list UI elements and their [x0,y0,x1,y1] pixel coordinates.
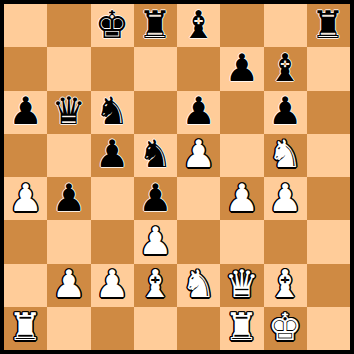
square-g1[interactable]: ♚ [264,307,307,350]
square-g7[interactable]: ♝ [264,47,307,90]
square-g6[interactable]: ♟ [264,91,307,134]
square-h6[interactable] [307,91,350,134]
piece-black-rook: ♜ [311,6,345,44]
square-f7[interactable]: ♟ [220,47,263,90]
piece-black-pawn: ♟ [225,49,259,87]
square-c8[interactable]: ♚ [91,4,134,47]
square-c2[interactable]: ♟ [91,264,134,307]
piece-white-king: ♚ [268,308,302,346]
piece-black-queen: ♛ [52,92,86,130]
square-b1[interactable] [47,307,90,350]
square-b6[interactable]: ♛ [47,91,90,134]
piece-black-knight: ♞ [95,92,129,130]
piece-white-bishop: ♝ [138,265,172,303]
square-h8[interactable]: ♜ [307,4,350,47]
square-h1[interactable] [307,307,350,350]
square-e7[interactable] [177,47,220,90]
square-e2[interactable]: ♞ [177,264,220,307]
square-c3[interactable] [91,220,134,263]
piece-white-rook: ♜ [225,308,259,346]
square-d4[interactable]: ♟ [134,177,177,220]
square-c5[interactable]: ♟ [91,134,134,177]
piece-black-pawn: ♟ [182,92,216,130]
square-h4[interactable] [307,177,350,220]
square-a5[interactable] [4,134,47,177]
square-h3[interactable] [307,220,350,263]
square-f1[interactable]: ♜ [220,307,263,350]
square-f6[interactable] [220,91,263,134]
square-h7[interactable] [307,47,350,90]
square-f2[interactable]: ♛ [220,264,263,307]
square-f8[interactable] [220,4,263,47]
square-a8[interactable] [4,4,47,47]
square-e6[interactable]: ♟ [177,91,220,134]
piece-black-bishop: ♝ [268,49,302,87]
piece-black-pawn: ♟ [9,92,43,130]
square-c6[interactable]: ♞ [91,91,134,134]
square-a6[interactable]: ♟ [4,91,47,134]
piece-black-king: ♚ [95,6,129,44]
piece-white-pawn: ♟ [9,179,43,217]
piece-white-bishop: ♝ [268,265,302,303]
square-g8[interactable] [264,4,307,47]
square-b5[interactable] [47,134,90,177]
square-f4[interactable]: ♟ [220,177,263,220]
piece-black-knight: ♞ [138,135,172,173]
square-a7[interactable] [4,47,47,90]
square-d1[interactable] [134,307,177,350]
piece-white-rook: ♜ [9,308,43,346]
square-b7[interactable] [47,47,90,90]
square-b3[interactable] [47,220,90,263]
piece-white-pawn: ♟ [225,179,259,217]
piece-black-rook: ♜ [138,6,172,44]
square-d6[interactable] [134,91,177,134]
piece-black-pawn: ♟ [52,179,86,217]
square-b2[interactable]: ♟ [47,264,90,307]
piece-white-knight: ♞ [268,135,302,173]
square-g2[interactable]: ♝ [264,264,307,307]
square-e1[interactable] [177,307,220,350]
square-d8[interactable]: ♜ [134,4,177,47]
square-h2[interactable] [307,264,350,307]
piece-white-pawn: ♟ [138,222,172,260]
piece-black-pawn: ♟ [95,135,129,173]
piece-black-bishop: ♝ [182,6,216,44]
square-g4[interactable]: ♟ [264,177,307,220]
square-a4[interactable]: ♟ [4,177,47,220]
chess-board: ♚♜♝♜♟♝♟♛♞♟♟♟♞♟♞♟♟♟♟♟♟♟♟♝♞♛♝♜♜♚ [0,0,354,354]
piece-black-pawn: ♟ [138,179,172,217]
square-d5[interactable]: ♞ [134,134,177,177]
square-b4[interactable]: ♟ [47,177,90,220]
piece-white-queen: ♛ [225,265,259,303]
square-e3[interactable] [177,220,220,263]
square-f5[interactable] [220,134,263,177]
piece-white-pawn: ♟ [52,265,86,303]
square-e4[interactable] [177,177,220,220]
square-e8[interactable]: ♝ [177,4,220,47]
piece-white-knight: ♞ [182,265,216,303]
square-a2[interactable] [4,264,47,307]
square-a1[interactable]: ♜ [4,307,47,350]
piece-white-pawn: ♟ [182,135,216,173]
square-h5[interactable] [307,134,350,177]
square-d3[interactable]: ♟ [134,220,177,263]
square-c4[interactable] [91,177,134,220]
square-f3[interactable] [220,220,263,263]
square-b8[interactable] [47,4,90,47]
square-c1[interactable] [91,307,134,350]
square-g5[interactable]: ♞ [264,134,307,177]
piece-white-pawn: ♟ [95,265,129,303]
square-a3[interactable] [4,220,47,263]
square-d7[interactable] [134,47,177,90]
square-g3[interactable] [264,220,307,263]
piece-white-pawn: ♟ [268,179,302,217]
square-c7[interactable] [91,47,134,90]
piece-black-pawn: ♟ [268,92,302,130]
square-d2[interactable]: ♝ [134,264,177,307]
square-e5[interactable]: ♟ [177,134,220,177]
